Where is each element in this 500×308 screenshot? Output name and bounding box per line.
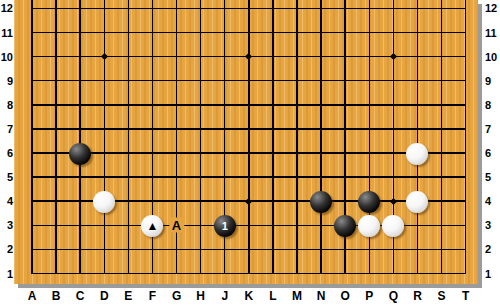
intersection-K3[interactable] bbox=[237, 213, 261, 237]
intersection-T8[interactable] bbox=[454, 93, 478, 117]
black-stone-C6[interactable] bbox=[69, 143, 91, 165]
intersection-T1[interactable] bbox=[454, 261, 478, 284]
grid-line-horizontal bbox=[213, 80, 237, 82]
coord-col-P: P bbox=[357, 289, 381, 304]
intersection-R7[interactable] bbox=[405, 117, 429, 141]
intersection-N7[interactable] bbox=[309, 117, 333, 141]
star-point-K4 bbox=[245, 198, 252, 205]
intersection-S2[interactable] bbox=[430, 237, 454, 261]
intersection-G2[interactable] bbox=[165, 237, 189, 261]
grid-line-horizontal bbox=[237, 225, 261, 227]
intersection-D4[interactable] bbox=[92, 189, 116, 213]
intersection-J8[interactable] bbox=[213, 93, 237, 117]
intersection-A7[interactable] bbox=[20, 117, 44, 141]
grid-line-horizontal bbox=[381, 152, 405, 154]
intersection-T7[interactable] bbox=[454, 117, 478, 141]
grid-line-vertical bbox=[55, 0, 57, 20]
intersection-A4[interactable] bbox=[20, 189, 44, 213]
intersection-F1[interactable] bbox=[140, 261, 164, 284]
white-stone-R6[interactable] bbox=[406, 143, 428, 165]
intersection-J2[interactable] bbox=[213, 237, 237, 261]
intersection-B2[interactable] bbox=[44, 237, 68, 261]
intersection-J11[interactable] bbox=[213, 20, 237, 44]
intersection-E9[interactable] bbox=[116, 69, 140, 93]
intersection-B10[interactable] bbox=[44, 45, 68, 69]
intersection-C12[interactable] bbox=[68, 0, 92, 20]
coord-col-R: R bbox=[406, 289, 430, 304]
intersection-K4[interactable] bbox=[237, 189, 261, 213]
intersection-J5[interactable] bbox=[213, 165, 237, 189]
intersection-E11[interactable] bbox=[116, 20, 140, 44]
intersection-C2[interactable] bbox=[68, 237, 92, 261]
intersection-R2[interactable] bbox=[405, 237, 429, 261]
intersection-S6[interactable] bbox=[430, 141, 454, 165]
intersection-F10[interactable] bbox=[140, 45, 164, 69]
white-stone-R4[interactable] bbox=[406, 191, 428, 213]
intersection-S1[interactable] bbox=[430, 261, 454, 284]
intersection-S4[interactable] bbox=[430, 189, 454, 213]
intersection-E5[interactable] bbox=[116, 165, 140, 189]
intersection-D5[interactable] bbox=[92, 165, 116, 189]
intersection-F11[interactable] bbox=[140, 20, 164, 44]
coord-row-6-left: 6 bbox=[0, 145, 13, 161]
intersection-R8[interactable] bbox=[405, 93, 429, 117]
intersection-S8[interactable] bbox=[430, 93, 454, 117]
intersection-E4[interactable] bbox=[116, 189, 140, 213]
intersection-Q8[interactable] bbox=[381, 93, 405, 117]
intersection-K10[interactable] bbox=[237, 45, 261, 69]
intersection-M4[interactable] bbox=[285, 189, 309, 213]
intersection-F4[interactable] bbox=[140, 189, 164, 213]
intersection-N10[interactable] bbox=[309, 45, 333, 69]
coord-row-2-right: 2 bbox=[485, 241, 500, 257]
grid-line-horizontal bbox=[68, 80, 92, 82]
intersection-O3[interactable] bbox=[333, 213, 357, 237]
grid-line-horizontal bbox=[261, 273, 285, 275]
intersection-H7[interactable] bbox=[189, 117, 213, 141]
grid-line-horizontal bbox=[165, 32, 189, 34]
coord-col-O: O bbox=[333, 289, 357, 304]
intersection-S3[interactable] bbox=[430, 213, 454, 237]
coord-row-7-left: 7 bbox=[0, 121, 13, 137]
intersection-M10[interactable] bbox=[285, 45, 309, 69]
intersection-N3[interactable] bbox=[309, 213, 333, 237]
intersection-L9[interactable] bbox=[261, 69, 285, 93]
black-stone-J3[interactable]: 1 bbox=[214, 215, 236, 237]
intersection-M11[interactable] bbox=[285, 20, 309, 44]
intersection-P1[interactable] bbox=[357, 261, 381, 284]
intersection-O10[interactable] bbox=[333, 45, 357, 69]
intersection-M2[interactable] bbox=[285, 237, 309, 261]
intersection-L10[interactable] bbox=[261, 45, 285, 69]
intersection-N4[interactable] bbox=[309, 189, 333, 213]
intersection-S9[interactable] bbox=[430, 69, 454, 93]
grid-line-horizontal bbox=[430, 104, 454, 106]
intersection-T6[interactable] bbox=[454, 141, 478, 165]
grid-line-horizontal bbox=[68, 104, 92, 106]
intersection-M1[interactable] bbox=[285, 261, 309, 284]
intersection-J7[interactable] bbox=[213, 117, 237, 141]
coord-row-11-right: 11 bbox=[485, 25, 500, 41]
intersection-R11[interactable] bbox=[405, 20, 429, 44]
intersection-T11[interactable] bbox=[454, 20, 478, 44]
intersection-C10[interactable] bbox=[68, 45, 92, 69]
intersection-A5[interactable] bbox=[20, 165, 44, 189]
intersection-M6[interactable] bbox=[285, 141, 309, 165]
intersection-C3[interactable] bbox=[68, 213, 92, 237]
intersection-J3[interactable]: 1 bbox=[213, 213, 237, 237]
intersection-A9[interactable] bbox=[20, 69, 44, 93]
intersection-K1[interactable] bbox=[237, 261, 261, 284]
grid-line-horizontal bbox=[92, 32, 116, 34]
intersection-T10[interactable] bbox=[454, 45, 478, 69]
intersection-K12[interactable] bbox=[237, 0, 261, 20]
intersection-Q5[interactable] bbox=[381, 165, 405, 189]
grid-line-horizontal bbox=[213, 200, 237, 202]
intersection-C9[interactable] bbox=[68, 69, 92, 93]
coord-col-T: T bbox=[454, 289, 478, 304]
intersection-Q4[interactable] bbox=[381, 189, 405, 213]
intersection-J10[interactable] bbox=[213, 45, 237, 69]
grid-line-horizontal bbox=[189, 104, 213, 106]
intersection-K7[interactable] bbox=[237, 117, 261, 141]
intersection-C7[interactable] bbox=[68, 117, 92, 141]
intersection-T12[interactable] bbox=[454, 0, 478, 20]
intersection-O5[interactable] bbox=[333, 165, 357, 189]
grid-line-horizontal bbox=[333, 273, 357, 275]
intersection-G1[interactable] bbox=[165, 261, 189, 284]
intersection-L8[interactable] bbox=[261, 93, 285, 117]
intersection-T5[interactable] bbox=[454, 165, 478, 189]
intersection-N11[interactable] bbox=[309, 20, 333, 44]
grid-line-horizontal bbox=[165, 273, 189, 275]
intersection-R6[interactable] bbox=[405, 141, 429, 165]
intersection-G9[interactable] bbox=[165, 69, 189, 93]
coord-row-9-right: 9 bbox=[485, 73, 500, 89]
intersection-A1[interactable] bbox=[20, 261, 44, 284]
intersection-J12[interactable] bbox=[213, 0, 237, 20]
grid-line-horizontal bbox=[454, 128, 467, 130]
black-stone-P4[interactable] bbox=[358, 191, 380, 213]
intersection-F6[interactable] bbox=[140, 141, 164, 165]
intersection-S12[interactable] bbox=[430, 0, 454, 20]
intersection-F7[interactable] bbox=[140, 117, 164, 141]
intersection-A6[interactable] bbox=[20, 141, 44, 165]
intersection-C6[interactable] bbox=[68, 141, 92, 165]
grid-line-horizontal bbox=[31, 8, 44, 10]
intersection-G10[interactable] bbox=[165, 45, 189, 69]
grid-line-vertical bbox=[465, 0, 467, 20]
intersection-Q9[interactable] bbox=[381, 69, 405, 93]
intersection-B6[interactable] bbox=[44, 141, 68, 165]
intersection-N9[interactable] bbox=[309, 69, 333, 93]
intersection-R3[interactable] bbox=[405, 213, 429, 237]
intersection-L2[interactable] bbox=[261, 237, 285, 261]
intersection-F9[interactable] bbox=[140, 69, 164, 93]
intersection-E3[interactable] bbox=[116, 213, 140, 237]
intersection-L3[interactable] bbox=[261, 213, 285, 237]
intersection-P5[interactable] bbox=[357, 165, 381, 189]
grid-line-horizontal bbox=[261, 249, 285, 251]
intersection-H4[interactable] bbox=[189, 189, 213, 213]
intersection-J1[interactable] bbox=[213, 261, 237, 284]
intersection-M3[interactable] bbox=[285, 213, 309, 237]
intersection-Q3[interactable] bbox=[381, 213, 405, 237]
intersection-B3[interactable] bbox=[44, 213, 68, 237]
intersection-F5[interactable] bbox=[140, 165, 164, 189]
intersection-Q6[interactable] bbox=[381, 141, 405, 165]
intersection-C1[interactable] bbox=[68, 261, 92, 284]
intersection-B7[interactable] bbox=[44, 117, 68, 141]
intersection-E10[interactable] bbox=[116, 45, 140, 69]
star-point-K10 bbox=[245, 53, 252, 60]
intersection-Q7[interactable] bbox=[381, 117, 405, 141]
star-point-Q10 bbox=[390, 53, 397, 60]
intersection-O8[interactable] bbox=[333, 93, 357, 117]
intersection-A12[interactable] bbox=[20, 0, 44, 20]
intersection-D12[interactable] bbox=[92, 0, 116, 20]
intersection-H5[interactable] bbox=[189, 165, 213, 189]
intersection-E12[interactable] bbox=[116, 0, 140, 20]
coord-row-5-left: 5 bbox=[0, 169, 13, 185]
intersection-N1[interactable] bbox=[309, 261, 333, 284]
intersection-Q1[interactable] bbox=[381, 261, 405, 284]
intersection-G7[interactable] bbox=[165, 117, 189, 141]
go-board: ▲A1 bbox=[14, 0, 478, 284]
white-stone-Q3[interactable] bbox=[382, 215, 404, 237]
intersection-A2[interactable] bbox=[20, 237, 44, 261]
intersection-R4[interactable] bbox=[405, 189, 429, 213]
intersection-L4[interactable] bbox=[261, 189, 285, 213]
intersection-E8[interactable] bbox=[116, 93, 140, 117]
intersection-A3[interactable] bbox=[20, 213, 44, 237]
intersection-K5[interactable] bbox=[237, 165, 261, 189]
intersection-T9[interactable] bbox=[454, 69, 478, 93]
intersection-G3[interactable]: A bbox=[165, 213, 189, 237]
grid-line-horizontal bbox=[92, 225, 116, 227]
intersection-L12[interactable] bbox=[261, 0, 285, 20]
grid-line-horizontal bbox=[285, 32, 309, 34]
intersection-F3[interactable]: ▲ bbox=[140, 213, 164, 237]
intersection-Q2[interactable] bbox=[381, 237, 405, 261]
intersection-T4[interactable] bbox=[454, 189, 478, 213]
intersection-K6[interactable] bbox=[237, 141, 261, 165]
intersection-P2[interactable] bbox=[357, 237, 381, 261]
intersection-A10[interactable] bbox=[20, 45, 44, 69]
grid-line-horizontal bbox=[333, 104, 357, 106]
white-stone-P3[interactable] bbox=[358, 215, 380, 237]
intersection-F8[interactable] bbox=[140, 93, 164, 117]
intersection-N5[interactable] bbox=[309, 165, 333, 189]
intersection-O4[interactable] bbox=[333, 189, 357, 213]
intersection-H1[interactable] bbox=[189, 261, 213, 284]
intersection-S7[interactable] bbox=[430, 117, 454, 141]
grid-line-vertical bbox=[369, 0, 371, 20]
intersection-P7[interactable] bbox=[357, 117, 381, 141]
grid-line-horizontal bbox=[92, 152, 116, 154]
intersection-H3[interactable] bbox=[189, 213, 213, 237]
intersection-S10[interactable] bbox=[430, 45, 454, 69]
intersection-P12[interactable] bbox=[357, 0, 381, 20]
coord-row-7-right: 7 bbox=[485, 121, 500, 137]
intersection-S5[interactable] bbox=[430, 165, 454, 189]
black-stone-N4[interactable] bbox=[310, 191, 332, 213]
intersection-R10[interactable] bbox=[405, 45, 429, 69]
intersection-C5[interactable] bbox=[68, 165, 92, 189]
intersection-P10[interactable] bbox=[357, 45, 381, 69]
grid-line-horizontal bbox=[165, 200, 189, 202]
grid-line-horizontal bbox=[165, 128, 189, 130]
intersection-D8[interactable] bbox=[92, 93, 116, 117]
intersection-D10[interactable] bbox=[92, 45, 116, 69]
intersection-D7[interactable] bbox=[92, 117, 116, 141]
intersection-H10[interactable] bbox=[189, 45, 213, 69]
intersection-D6[interactable] bbox=[92, 141, 116, 165]
intersection-N2[interactable] bbox=[309, 237, 333, 261]
intersection-P3[interactable] bbox=[357, 213, 381, 237]
intersection-D9[interactable] bbox=[92, 69, 116, 93]
intersection-M7[interactable] bbox=[285, 117, 309, 141]
intersection-B9[interactable] bbox=[44, 69, 68, 93]
intersection-M8[interactable] bbox=[285, 93, 309, 117]
white-stone-F3[interactable]: ▲ bbox=[141, 215, 163, 237]
intersection-P9[interactable] bbox=[357, 69, 381, 93]
intersection-F2[interactable] bbox=[140, 237, 164, 261]
intersection-Q10[interactable] bbox=[381, 45, 405, 69]
intersection-D1[interactable] bbox=[92, 261, 116, 284]
intersection-O2[interactable] bbox=[333, 237, 357, 261]
intersection-T2[interactable] bbox=[454, 237, 478, 261]
intersection-C11[interactable] bbox=[68, 20, 92, 44]
grid-line-horizontal bbox=[237, 104, 261, 106]
intersection-H11[interactable] bbox=[189, 20, 213, 44]
intersection-D3[interactable] bbox=[92, 213, 116, 237]
intersection-K8[interactable] bbox=[237, 93, 261, 117]
intersection-A8[interactable] bbox=[20, 93, 44, 117]
intersection-O12[interactable] bbox=[333, 0, 357, 20]
grid-line-horizontal bbox=[31, 56, 44, 58]
intersection-M9[interactable] bbox=[285, 69, 309, 93]
intersection-P8[interactable] bbox=[357, 93, 381, 117]
grid-line-vertical bbox=[272, 0, 274, 20]
intersection-C8[interactable] bbox=[68, 93, 92, 117]
intersection-R9[interactable] bbox=[405, 69, 429, 93]
intersection-P6[interactable] bbox=[357, 141, 381, 165]
intersection-L1[interactable] bbox=[261, 261, 285, 284]
intersection-E1[interactable] bbox=[116, 261, 140, 284]
intersection-M5[interactable] bbox=[285, 165, 309, 189]
intersection-F12[interactable] bbox=[140, 0, 164, 20]
intersection-E6[interactable] bbox=[116, 141, 140, 165]
grid-line-horizontal bbox=[213, 32, 237, 34]
intersection-R5[interactable] bbox=[405, 165, 429, 189]
intersection-O1[interactable] bbox=[333, 261, 357, 284]
intersection-B8[interactable] bbox=[44, 93, 68, 117]
white-stone-D4[interactable] bbox=[93, 191, 115, 213]
grid-line-horizontal bbox=[31, 104, 44, 106]
intersection-C4[interactable] bbox=[68, 189, 92, 213]
intersection-O9[interactable] bbox=[333, 69, 357, 93]
intersection-L5[interactable] bbox=[261, 165, 285, 189]
grid-line-horizontal bbox=[405, 104, 429, 106]
intersection-G12[interactable] bbox=[165, 0, 189, 20]
grid-line-vertical bbox=[296, 0, 298, 20]
move-number-label: 1 bbox=[222, 221, 228, 232]
intersection-N12[interactable] bbox=[309, 0, 333, 20]
grid-line-horizontal bbox=[309, 273, 333, 275]
intersection-T3[interactable] bbox=[454, 213, 478, 237]
intersection-B12[interactable] bbox=[44, 0, 68, 20]
intersection-R12[interactable] bbox=[405, 0, 429, 20]
intersection-D11[interactable] bbox=[92, 20, 116, 44]
intersection-E7[interactable] bbox=[116, 117, 140, 141]
intersection-K9[interactable] bbox=[237, 69, 261, 93]
intersection-O6[interactable] bbox=[333, 141, 357, 165]
intersection-S11[interactable] bbox=[430, 20, 454, 44]
intersection-M12[interactable] bbox=[285, 0, 309, 20]
intersection-H2[interactable] bbox=[189, 237, 213, 261]
grid-line-horizontal bbox=[116, 128, 140, 130]
grid-line-horizontal bbox=[405, 56, 429, 58]
grid-line-horizontal bbox=[454, 176, 467, 178]
grid-line-horizontal bbox=[405, 8, 429, 10]
intersection-K2[interactable] bbox=[237, 237, 261, 261]
intersection-L6[interactable] bbox=[261, 141, 285, 165]
grid-line-horizontal bbox=[430, 152, 454, 154]
intersection-G6[interactable] bbox=[165, 141, 189, 165]
intersection-B11[interactable] bbox=[44, 20, 68, 44]
intersection-E2[interactable] bbox=[116, 237, 140, 261]
intersection-H6[interactable] bbox=[189, 141, 213, 165]
intersection-Q11[interactable] bbox=[381, 20, 405, 44]
intersection-B5[interactable] bbox=[44, 165, 68, 189]
intersection-P11[interactable] bbox=[357, 20, 381, 44]
intersection-L11[interactable] bbox=[261, 20, 285, 44]
black-stone-O3[interactable] bbox=[334, 215, 356, 237]
grid-line-horizontal bbox=[381, 80, 405, 82]
intersection-H9[interactable] bbox=[189, 69, 213, 93]
intersection-O7[interactable] bbox=[333, 117, 357, 141]
intersection-L7[interactable] bbox=[261, 117, 285, 141]
coord-row-12-right: 12 bbox=[485, 0, 500, 16]
intersection-A11[interactable] bbox=[20, 20, 44, 44]
intersection-K11[interactable] bbox=[237, 20, 261, 44]
intersection-N8[interactable] bbox=[309, 93, 333, 117]
intersection-Q12[interactable] bbox=[381, 0, 405, 20]
intersection-G11[interactable] bbox=[165, 20, 189, 44]
intersection-G5[interactable] bbox=[165, 165, 189, 189]
grid-line-horizontal bbox=[92, 128, 116, 130]
intersection-P4[interactable] bbox=[357, 189, 381, 213]
intersection-R1[interactable] bbox=[405, 261, 429, 284]
intersection-O11[interactable] bbox=[333, 20, 357, 44]
intersection-B4[interactable] bbox=[44, 189, 68, 213]
grid-line-horizontal bbox=[405, 128, 429, 130]
grid-line-horizontal bbox=[116, 225, 140, 227]
intersection-J6[interactable] bbox=[213, 141, 237, 165]
grid-line-horizontal bbox=[357, 128, 381, 130]
intersection-G4[interactable] bbox=[165, 189, 189, 213]
intersection-B1[interactable] bbox=[44, 261, 68, 284]
intersection-H8[interactable] bbox=[189, 93, 213, 117]
intersection-D2[interactable] bbox=[92, 237, 116, 261]
grid-line-horizontal bbox=[333, 8, 357, 10]
intersection-J9[interactable] bbox=[213, 69, 237, 93]
intersection-J4[interactable] bbox=[213, 189, 237, 213]
intersection-N6[interactable] bbox=[309, 141, 333, 165]
intersection-G8[interactable] bbox=[165, 93, 189, 117]
intersection-H12[interactable] bbox=[189, 0, 213, 20]
